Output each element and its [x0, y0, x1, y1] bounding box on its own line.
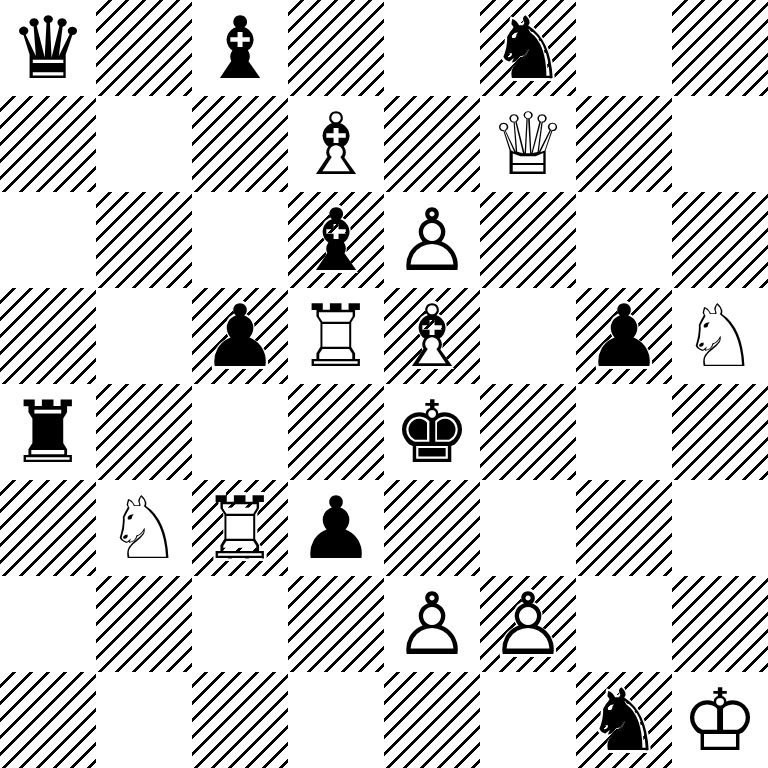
white-rook-piece[interactable]: ♖: [288, 288, 384, 384]
square-b6[interactable]: [96, 192, 192, 288]
square-d7[interactable]: ♝♗: [288, 96, 384, 192]
square-g6[interactable]: [576, 192, 672, 288]
black-bishop-piece[interactable]: ♝: [192, 0, 288, 96]
square-a5[interactable]: [0, 288, 96, 384]
square-c6[interactable]: [192, 192, 288, 288]
square-c5[interactable]: ♟♟: [192, 288, 288, 384]
square-h7[interactable]: [672, 96, 768, 192]
black-queen-piece[interactable]: ♛: [0, 0, 96, 96]
square-g2[interactable]: [576, 576, 672, 672]
square-h3[interactable]: [672, 480, 768, 576]
square-c8[interactable]: ♝♝: [192, 0, 288, 96]
white-bishop-piece[interactable]: ♗: [288, 96, 384, 192]
square-h6[interactable]: [672, 192, 768, 288]
square-g1[interactable]: ♞♞: [576, 672, 672, 768]
square-a1[interactable]: [0, 672, 96, 768]
white-pawn-piece[interactable]: ♙: [384, 576, 480, 672]
white-bishop-piece[interactable]: ♗: [384, 288, 480, 384]
square-b1[interactable]: [96, 672, 192, 768]
white-pawn-piece[interactable]: ♙: [480, 576, 576, 672]
square-h5[interactable]: ♞♘: [672, 288, 768, 384]
white-pawn-piece[interactable]: ♙: [384, 192, 480, 288]
square-g4[interactable]: [576, 384, 672, 480]
black-pawn-piece[interactable]: ♟: [192, 288, 288, 384]
square-h8[interactable]: [672, 0, 768, 96]
square-c1[interactable]: [192, 672, 288, 768]
square-g8[interactable]: [576, 0, 672, 96]
chess-board: ♛♛♝♝♞♞♝♗♛♕♝♝♟♙♟♟♜♖♝♗♟♟♞♘♜♜♚♚♞♘♜♖♟♟♟♙♟♙♞♞…: [0, 0, 768, 768]
square-c3[interactable]: ♜♖: [192, 480, 288, 576]
square-a6[interactable]: [0, 192, 96, 288]
square-d2[interactable]: [288, 576, 384, 672]
square-a2[interactable]: [0, 576, 96, 672]
square-c2[interactable]: [192, 576, 288, 672]
square-b5[interactable]: [96, 288, 192, 384]
black-knight-piece[interactable]: ♞: [576, 672, 672, 768]
square-a4[interactable]: ♜♜: [0, 384, 96, 480]
square-a7[interactable]: [0, 96, 96, 192]
square-f1[interactable]: [480, 672, 576, 768]
square-f8[interactable]: ♞♞: [480, 0, 576, 96]
square-h4[interactable]: [672, 384, 768, 480]
square-e6[interactable]: ♟♙: [384, 192, 480, 288]
square-b2[interactable]: [96, 576, 192, 672]
square-e2[interactable]: ♟♙: [384, 576, 480, 672]
white-queen-piece[interactable]: ♕: [480, 96, 576, 192]
black-king-piece[interactable]: ♚: [384, 384, 480, 480]
square-b7[interactable]: [96, 96, 192, 192]
square-b4[interactable]: [96, 384, 192, 480]
black-knight-piece[interactable]: ♞: [480, 0, 576, 96]
square-d6[interactable]: ♝♝: [288, 192, 384, 288]
square-f6[interactable]: [480, 192, 576, 288]
square-d5[interactable]: ♜♖: [288, 288, 384, 384]
square-f7[interactable]: ♛♕: [480, 96, 576, 192]
square-f4[interactable]: [480, 384, 576, 480]
square-b3[interactable]: ♞♘: [96, 480, 192, 576]
black-pawn-piece[interactable]: ♟: [576, 288, 672, 384]
square-d3[interactable]: ♟♟: [288, 480, 384, 576]
black-rook-piece[interactable]: ♜: [0, 384, 96, 480]
square-e1[interactable]: [384, 672, 480, 768]
square-d1[interactable]: [288, 672, 384, 768]
white-king-piece[interactable]: ♔: [672, 672, 768, 768]
square-d4[interactable]: [288, 384, 384, 480]
square-e7[interactable]: [384, 96, 480, 192]
square-g5[interactable]: ♟♟: [576, 288, 672, 384]
square-g3[interactable]: [576, 480, 672, 576]
square-c4[interactable]: [192, 384, 288, 480]
square-g7[interactable]: [576, 96, 672, 192]
square-f5[interactable]: [480, 288, 576, 384]
white-knight-piece[interactable]: ♘: [96, 480, 192, 576]
square-h1[interactable]: ♚♔: [672, 672, 768, 768]
black-pawn-piece[interactable]: ♟: [288, 480, 384, 576]
square-e3[interactable]: [384, 480, 480, 576]
white-rook-piece[interactable]: ♖: [192, 480, 288, 576]
square-e8[interactable]: [384, 0, 480, 96]
square-d8[interactable]: [288, 0, 384, 96]
square-a8[interactable]: ♛♛: [0, 0, 96, 96]
white-knight-piece[interactable]: ♘: [672, 288, 768, 384]
black-bishop-piece[interactable]: ♝: [288, 192, 384, 288]
square-f3[interactable]: [480, 480, 576, 576]
square-a3[interactable]: [0, 480, 96, 576]
square-e5[interactable]: ♝♗: [384, 288, 480, 384]
square-h2[interactable]: [672, 576, 768, 672]
square-b8[interactable]: [96, 0, 192, 96]
square-c7[interactable]: [192, 96, 288, 192]
square-f2[interactable]: ♟♙: [480, 576, 576, 672]
square-e4[interactable]: ♚♚: [384, 384, 480, 480]
